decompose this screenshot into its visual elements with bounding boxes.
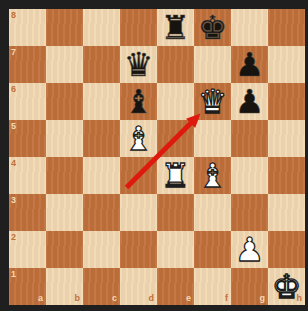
square-b2[interactable] [46,231,83,268]
square-b3[interactable] [46,194,83,231]
rank-label-3: 3 [11,196,16,205]
rank-label-8: 8 [11,11,16,20]
white-rook[interactable]: ♜ [157,157,194,194]
file-label-e: e [186,294,191,303]
square-e6[interactable] [157,83,194,120]
square-f5[interactable] [194,120,231,157]
square-e2[interactable] [157,231,194,268]
black-queen[interactable]: ♛ [120,46,157,83]
square-a8[interactable]: 8 [9,9,46,46]
square-d5[interactable]: ♝ [120,120,157,157]
square-d7[interactable]: ♛ [120,46,157,83]
file-label-f: f [225,294,228,303]
square-c3[interactable] [83,194,120,231]
square-h6[interactable] [268,83,305,120]
square-d3[interactable] [120,194,157,231]
square-f6[interactable]: ♛ [194,83,231,120]
square-f3[interactable] [194,194,231,231]
square-e1[interactable]: e [157,268,194,305]
square-h7[interactable] [268,46,305,83]
square-c2[interactable] [83,231,120,268]
black-pawn[interactable]: ♟ [231,46,268,83]
chess-board: 8♜♚7♛♟6♝♛♟5♝4♜♝32♟1abcdefgh♚ [9,9,305,305]
square-a6[interactable]: 6 [9,83,46,120]
file-label-g: g [260,294,266,303]
square-c5[interactable] [83,120,120,157]
square-g4[interactable] [231,157,268,194]
square-a3[interactable]: 3 [9,194,46,231]
square-a1[interactable]: 1a [9,268,46,305]
square-a4[interactable]: 4 [9,157,46,194]
square-g3[interactable] [231,194,268,231]
square-d6[interactable]: ♝ [120,83,157,120]
square-d1[interactable]: d [120,268,157,305]
square-h8[interactable] [268,9,305,46]
rank-label-6: 6 [11,85,16,94]
rank-label-1: 1 [11,270,16,279]
white-pawn[interactable]: ♟ [231,231,268,268]
square-a7[interactable]: 7 [9,46,46,83]
white-queen[interactable]: ♛ [194,83,231,120]
square-e5[interactable] [157,120,194,157]
square-h4[interactable] [268,157,305,194]
square-f1[interactable]: f [194,268,231,305]
white-king[interactable]: ♚ [268,268,305,305]
square-b5[interactable] [46,120,83,157]
square-f4[interactable]: ♝ [194,157,231,194]
square-d4[interactable] [120,157,157,194]
square-c6[interactable] [83,83,120,120]
square-g7[interactable]: ♟ [231,46,268,83]
square-f7[interactable] [194,46,231,83]
file-label-d: d [149,294,155,303]
square-c4[interactable] [83,157,120,194]
rank-label-2: 2 [11,233,16,242]
black-rook[interactable]: ♜ [157,9,194,46]
black-pawn[interactable]: ♟ [231,83,268,120]
square-g8[interactable] [231,9,268,46]
square-b8[interactable] [46,9,83,46]
square-a5[interactable]: 5 [9,120,46,157]
square-c1[interactable]: c [83,268,120,305]
white-bishop[interactable]: ♝ [194,157,231,194]
black-bishop[interactable]: ♝ [120,83,157,120]
square-a2[interactable]: 2 [9,231,46,268]
file-label-a: a [38,294,43,303]
square-h5[interactable] [268,120,305,157]
square-h3[interactable] [268,194,305,231]
square-c8[interactable] [83,9,120,46]
square-g1[interactable]: g [231,268,268,305]
chessboard-panel: 8♜♚7♛♟6♝♛♟5♝4♜♝32♟1abcdefgh♚ [0,0,308,311]
square-f8[interactable]: ♚ [194,9,231,46]
black-king[interactable]: ♚ [194,9,231,46]
square-c7[interactable] [83,46,120,83]
square-g5[interactable] [231,120,268,157]
square-e3[interactable] [157,194,194,231]
white-bishop[interactable]: ♝ [120,120,157,157]
square-g6[interactable]: ♟ [231,83,268,120]
square-g2[interactable]: ♟ [231,231,268,268]
square-e7[interactable] [157,46,194,83]
rank-label-7: 7 [11,48,16,57]
square-b4[interactable] [46,157,83,194]
square-h1[interactable]: h♚ [268,268,305,305]
square-b7[interactable] [46,46,83,83]
square-b1[interactable]: b [46,268,83,305]
file-label-c: c [112,294,117,303]
square-h2[interactable] [268,231,305,268]
square-f2[interactable] [194,231,231,268]
rank-label-4: 4 [11,159,16,168]
square-d8[interactable] [120,9,157,46]
rank-label-5: 5 [11,122,16,131]
square-b6[interactable] [46,83,83,120]
file-label-b: b [75,294,81,303]
square-d2[interactable] [120,231,157,268]
square-e8[interactable]: ♜ [157,9,194,46]
square-e4[interactable]: ♜ [157,157,194,194]
